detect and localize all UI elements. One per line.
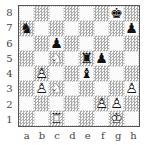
square-h2 [124,96,139,111]
white-rook-c1: ♖ [49,111,64,126]
black-pawn-f5: ♟ [95,52,108,65]
rank-label-4: 4 [3,66,16,81]
square-c2 [49,96,64,111]
white-pawn-g2-fill: ♟ [110,97,123,110]
square-h3: ♟♙ [124,81,139,96]
square-d2 [64,96,79,111]
black-pawn-c6: ♟ [50,37,63,50]
square-h8 [124,6,139,21]
square-f6 [94,36,109,51]
white-pawn-b4: ♙ [34,66,49,81]
square-h1 [124,111,139,126]
square-e8 [79,6,94,21]
white-knight-c5-fill: ♞ [49,51,64,66]
white-pawn-h3: ♙ [125,82,138,95]
square-c1: ♜♖ [49,111,64,126]
black-rook-e5: ♜ [79,51,94,66]
square-b1 [34,111,49,126]
square-e6 [79,36,94,51]
square-c7 [49,21,64,36]
square-g6 [109,36,124,51]
square-e4: ♝ [79,66,94,81]
file-label-e: e [80,128,95,143]
black-king-g8: ♚ [110,7,123,20]
square-d8 [64,6,79,21]
square-f4 [94,66,109,81]
square-f2: ♟♙ [94,96,109,111]
white-knight-c3: ♘ [49,81,64,96]
file-label-g: g [111,128,126,143]
square-d4 [64,66,79,81]
square-d7 [64,21,79,36]
square-a6 [19,36,34,51]
square-g3 [109,81,124,96]
file-label-d: d [65,128,80,143]
white-pawn-b3-fill: ♟ [35,82,48,95]
square-e1 [79,111,94,126]
black-pawn-h7: ♟ [125,22,138,35]
rank-label-6: 6 [3,36,16,51]
square-a1 [19,111,34,126]
black-knight-a7: ♞ [19,21,34,36]
file-label-f: f [95,128,110,143]
rank-label-5: 5 [3,51,16,66]
square-b2 [34,96,49,111]
square-e5: ♜ [79,51,94,66]
white-pawn-h3-fill: ♟ [125,82,138,95]
white-king-g1-fill: ♚ [109,111,124,126]
square-c5: ♞♘ [49,51,64,66]
square-b3: ♟♙ [34,81,49,96]
square-g4 [109,66,124,81]
rank-label-8: 8 [3,5,16,20]
white-pawn-b4-fill: ♟ [34,66,49,81]
square-c6: ♟ [49,36,64,51]
square-c4 [49,66,64,81]
square-g8: ♚ [109,6,124,21]
square-h6 [124,36,139,51]
square-b8 [34,6,49,21]
square-b7 [34,21,49,36]
square-d5 [64,51,79,66]
square-c8 [49,6,64,21]
square-a2 [19,96,34,111]
white-pawn-f2-fill: ♟ [94,96,109,111]
white-pawn-b3: ♙ [35,82,48,95]
square-a3 [19,81,34,96]
square-e3 [79,81,94,96]
square-b6 [34,36,49,51]
square-f1 [94,111,109,126]
square-a8 [19,6,34,21]
square-d6 [64,36,79,51]
white-knight-c3-fill: ♞ [49,81,64,96]
white-king-g1: ♔ [109,111,124,126]
square-a4 [19,66,34,81]
square-f7 [94,21,109,36]
board: ♚♞♟♟♞♘♜♟♟♙♝♟♙♞♘♟♙♟♙♟♙♜♖♚♔ [18,5,140,127]
square-g1: ♚♔ [109,111,124,126]
square-h7: ♟ [124,21,139,36]
white-knight-c5: ♘ [49,51,64,66]
square-a5 [19,51,34,66]
square-a7: ♞ [19,21,34,36]
square-e7 [79,21,94,36]
square-h5 [124,51,139,66]
white-pawn-g2: ♙ [110,97,123,110]
file-label-c: c [50,128,65,143]
square-g5 [109,51,124,66]
square-d3 [64,81,79,96]
square-f8 [94,6,109,21]
square-d1 [64,111,79,126]
white-rook-c1-fill: ♜ [49,111,64,126]
file-label-a: a [19,128,34,143]
square-e2 [79,96,94,111]
square-g2: ♟♙ [109,96,124,111]
square-b4: ♟♙ [34,66,49,81]
black-bishop-e4: ♝ [80,67,93,80]
square-g7 [109,21,124,36]
rank-label-1: 1 [3,112,16,127]
square-h4 [124,66,139,81]
square-f3 [94,81,109,96]
square-f5: ♟ [94,51,109,66]
file-label-h: h [126,128,141,143]
white-pawn-f2: ♙ [94,96,109,111]
rank-label-7: 7 [3,20,16,35]
file-label-b: b [34,128,49,143]
rank-label-2: 2 [3,97,16,112]
rank-labels: 87654321 [3,5,16,127]
rank-label-3: 3 [3,81,16,96]
chess-diagram: 87654321 ♚♞♟♟♞♘♜♟♟♙♝♟♙♞♘♟♙♟♙♟♙♜♖♚♔ abcde… [0,0,150,145]
square-c3: ♞♘ [49,81,64,96]
file-labels: abcdefgh [19,128,141,143]
square-b5 [34,51,49,66]
